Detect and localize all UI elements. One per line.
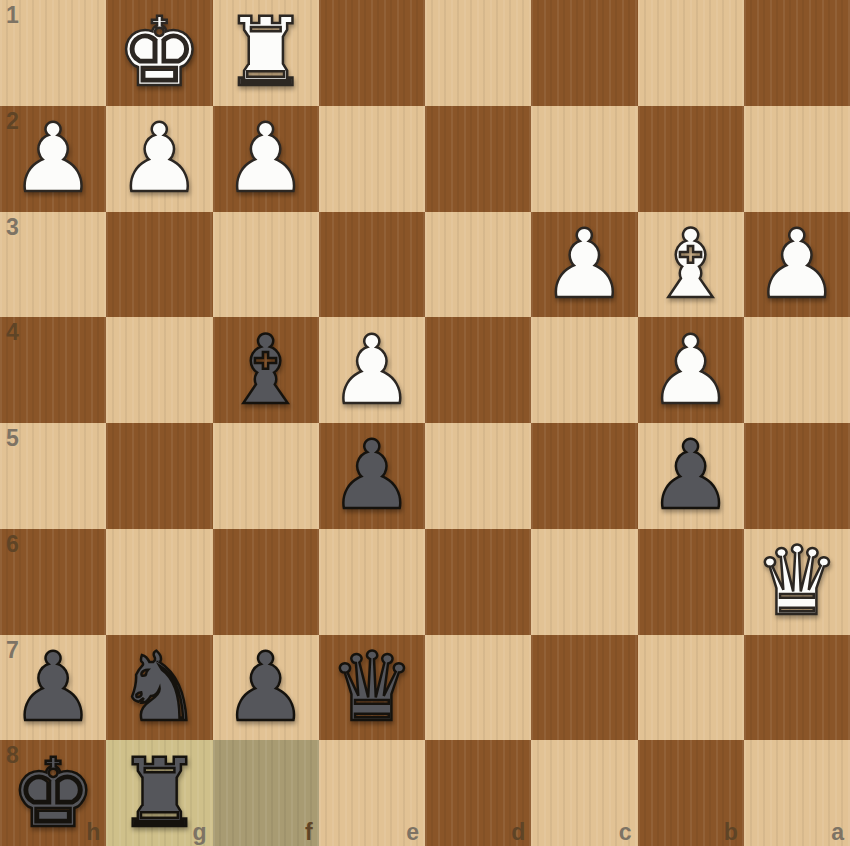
square-c6[interactable] <box>531 529 637 635</box>
white-queen[interactable]: ♛ <box>754 534 839 629</box>
square-f2[interactable]: ♟ <box>213 106 319 212</box>
square-a7[interactable] <box>744 635 850 741</box>
rank-label-6: 6 <box>6 533 19 556</box>
square-h8[interactable]: 8h♚ <box>0 740 106 846</box>
rank-label-1: 1 <box>6 4 19 27</box>
square-a1[interactable] <box>744 0 850 106</box>
square-d3[interactable] <box>425 212 531 318</box>
square-g5[interactable] <box>106 423 212 529</box>
white-king[interactable]: ♚ <box>117 5 202 100</box>
square-h5[interactable]: 5 <box>0 423 106 529</box>
square-d4[interactable] <box>425 317 531 423</box>
square-c5[interactable] <box>531 423 637 529</box>
square-a3[interactable]: ♟ <box>744 212 850 318</box>
square-b1[interactable] <box>638 0 744 106</box>
black-knight[interactable]: ♞ <box>117 640 202 735</box>
file-label-e: e <box>406 821 419 844</box>
square-d6[interactable] <box>425 529 531 635</box>
square-b5[interactable]: ♟ <box>638 423 744 529</box>
square-f1[interactable]: ♜ <box>213 0 319 106</box>
white-pawn[interactable]: ♟ <box>223 111 308 206</box>
black-pawn[interactable]: ♟ <box>223 640 308 735</box>
square-e7[interactable]: ♛ <box>319 635 425 741</box>
black-pawn[interactable]: ♟ <box>11 640 96 735</box>
black-queen[interactable]: ♛ <box>329 640 414 735</box>
black-pawn[interactable]: ♟ <box>329 428 414 523</box>
square-a6[interactable]: ♛ <box>744 529 850 635</box>
square-d8[interactable]: d <box>425 740 531 846</box>
rank-label-4: 4 <box>6 321 19 344</box>
square-h1[interactable]: 1 <box>0 0 106 106</box>
rank-label-3: 3 <box>6 216 19 239</box>
square-b7[interactable] <box>638 635 744 741</box>
file-label-c: c <box>619 821 632 844</box>
file-label-b: b <box>724 821 738 844</box>
square-b6[interactable] <box>638 529 744 635</box>
square-e8[interactable]: e <box>319 740 425 846</box>
square-c8[interactable]: c <box>531 740 637 846</box>
file-label-a: a <box>831 821 844 844</box>
white-pawn[interactable]: ♟ <box>542 217 627 312</box>
square-f5[interactable] <box>213 423 319 529</box>
square-e3[interactable] <box>319 212 425 318</box>
square-g6[interactable] <box>106 529 212 635</box>
file-label-f: f <box>305 821 313 844</box>
square-g1[interactable]: ♚ <box>106 0 212 106</box>
square-g3[interactable] <box>106 212 212 318</box>
square-f6[interactable] <box>213 529 319 635</box>
square-c4[interactable] <box>531 317 637 423</box>
white-pawn[interactable]: ♟ <box>11 111 96 206</box>
file-label-d: d <box>511 821 525 844</box>
square-d7[interactable] <box>425 635 531 741</box>
square-d2[interactable] <box>425 106 531 212</box>
square-a4[interactable] <box>744 317 850 423</box>
square-g8[interactable]: g♜ <box>106 740 212 846</box>
square-e1[interactable] <box>319 0 425 106</box>
square-a2[interactable] <box>744 106 850 212</box>
square-f3[interactable] <box>213 212 319 318</box>
square-g7[interactable]: ♞ <box>106 635 212 741</box>
square-c3[interactable]: ♟ <box>531 212 637 318</box>
square-b4[interactable]: ♟ <box>638 317 744 423</box>
square-a5[interactable] <box>744 423 850 529</box>
square-g2[interactable]: ♟ <box>106 106 212 212</box>
square-c2[interactable] <box>531 106 637 212</box>
square-d1[interactable] <box>425 0 531 106</box>
square-e4[interactable]: ♟ <box>319 317 425 423</box>
square-e5[interactable]: ♟ <box>319 423 425 529</box>
square-g4[interactable] <box>106 317 212 423</box>
black-pawn[interactable]: ♟ <box>648 428 733 523</box>
square-e2[interactable] <box>319 106 425 212</box>
square-e6[interactable] <box>319 529 425 635</box>
black-rook[interactable]: ♜ <box>117 746 202 841</box>
white-pawn[interactable]: ♟ <box>754 217 839 312</box>
square-h6[interactable]: 6 <box>0 529 106 635</box>
square-b3[interactable]: ♝ <box>638 212 744 318</box>
rank-label-5: 5 <box>6 427 19 450</box>
white-pawn[interactable]: ♟ <box>648 323 733 418</box>
chess-board: 1♚♜2♟♟♟3♟♝♟4♝♟♟5♟♟6♛7♟♞♟♛8h♚g♜fedcba <box>0 0 850 846</box>
white-bishop[interactable]: ♝ <box>648 217 733 312</box>
square-f7[interactable]: ♟ <box>213 635 319 741</box>
square-a8[interactable]: a <box>744 740 850 846</box>
square-b2[interactable] <box>638 106 744 212</box>
black-king[interactable]: ♚ <box>11 746 96 841</box>
square-h7[interactable]: 7♟ <box>0 635 106 741</box>
white-pawn[interactable]: ♟ <box>117 111 202 206</box>
white-rook[interactable]: ♜ <box>223 5 308 100</box>
square-b8[interactable]: b <box>638 740 744 846</box>
black-bishop[interactable]: ♝ <box>223 323 308 418</box>
square-h4[interactable]: 4 <box>0 317 106 423</box>
square-c1[interactable] <box>531 0 637 106</box>
square-f8[interactable]: f <box>213 740 319 846</box>
square-h2[interactable]: 2♟ <box>0 106 106 212</box>
square-d5[interactable] <box>425 423 531 529</box>
white-pawn[interactable]: ♟ <box>329 323 414 418</box>
square-h3[interactable]: 3 <box>0 212 106 318</box>
square-f4[interactable]: ♝ <box>213 317 319 423</box>
square-c7[interactable] <box>531 635 637 741</box>
